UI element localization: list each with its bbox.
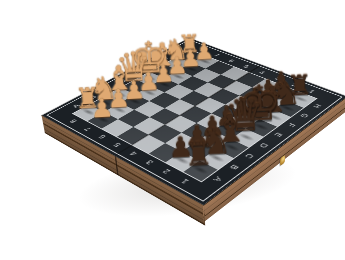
- fold-seam-notch: [115, 156, 119, 176]
- piece-black-rook[interactable]: ♜: [175, 137, 223, 172]
- piece-white-pawn[interactable]: ♟: [81, 94, 123, 122]
- photo-canvas: 88HH77GG66FF55EE44DD33CC22BB11AA ♜♞♝♛♚♝♞…: [0, 0, 345, 260]
